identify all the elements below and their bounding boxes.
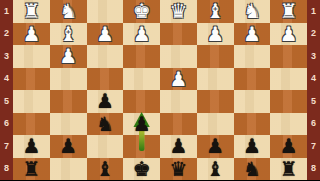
square-c4[interactable] <box>197 68 234 91</box>
black-pawn-piece: ♟ <box>96 90 114 112</box>
black-rook-piece: ♜ <box>280 158 298 180</box>
rank-label-6: 6 <box>0 113 13 136</box>
square-b4[interactable] <box>234 68 271 91</box>
rank-label-3: 3 <box>307 45 320 68</box>
square-e2[interactable]: ♟ <box>123 23 160 46</box>
square-f2[interactable]: ♟ <box>87 23 124 46</box>
square-e6[interactable]: ♟ <box>123 113 160 136</box>
square-h7[interactable]: ♟ <box>13 135 50 158</box>
board: ♜♞♚♛♝♞♜♟♝♟♟♟♟♟♟♟♟♞♟♟♟♟♟♟♟♜♝♚♛♝♞♜ <box>13 0 307 180</box>
rank-label-8: 8 <box>307 158 320 181</box>
rank-label-4: 4 <box>0 68 13 91</box>
square-e7[interactable] <box>123 135 160 158</box>
square-f6[interactable]: ♞ <box>87 113 124 136</box>
square-g8[interactable] <box>50 158 87 181</box>
white-rook-piece: ♜ <box>22 0 40 22</box>
black-pawn-piece: ♟ <box>169 135 187 157</box>
rank-label-5: 5 <box>0 90 13 113</box>
white-pawn-piece: ♟ <box>96 23 114 45</box>
black-pawn-piece: ♟ <box>280 135 298 157</box>
square-h4[interactable] <box>13 68 50 91</box>
square-e5[interactable] <box>123 90 160 113</box>
square-c3[interactable] <box>197 45 234 68</box>
black-pawn-piece: ♟ <box>133 113 151 135</box>
square-b1[interactable]: ♞ <box>234 0 271 23</box>
square-g1[interactable]: ♞ <box>50 0 87 23</box>
square-d4[interactable]: ♟ <box>160 68 197 91</box>
square-a2[interactable]: ♟ <box>270 23 307 46</box>
square-h1[interactable]: ♜ <box>13 0 50 23</box>
square-d6[interactable] <box>160 113 197 136</box>
square-g2[interactable]: ♝ <box>50 23 87 46</box>
white-pawn-piece: ♟ <box>243 23 261 45</box>
square-h6[interactable] <box>13 113 50 136</box>
square-e1[interactable]: ♚ <box>123 0 160 23</box>
black-queen-piece: ♛ <box>169 158 187 180</box>
square-a6[interactable] <box>270 113 307 136</box>
white-bishop-piece: ♝ <box>59 23 77 45</box>
square-a1[interactable]: ♜ <box>270 0 307 23</box>
square-c2[interactable]: ♟ <box>197 23 234 46</box>
rank-label-1: 1 <box>0 0 13 23</box>
rank-label-3: 3 <box>0 45 13 68</box>
black-pawn-piece: ♟ <box>59 135 77 157</box>
square-f1[interactable] <box>87 0 124 23</box>
black-pawn-piece: ♟ <box>22 135 40 157</box>
square-e4[interactable] <box>123 68 160 91</box>
square-g6[interactable] <box>50 113 87 136</box>
black-knight-piece: ♞ <box>96 113 114 135</box>
white-pawn-piece: ♟ <box>280 23 298 45</box>
white-king-piece: ♚ <box>133 0 151 22</box>
square-g4[interactable] <box>50 68 87 91</box>
white-pawn-piece: ♟ <box>59 45 77 67</box>
square-a4[interactable] <box>270 68 307 91</box>
square-f4[interactable] <box>87 68 124 91</box>
black-knight-piece: ♞ <box>243 158 261 180</box>
square-a7[interactable]: ♟ <box>270 135 307 158</box>
rank-label-7: 7 <box>307 135 320 158</box>
square-h8[interactable]: ♜ <box>13 158 50 181</box>
white-pawn-piece: ♟ <box>169 68 187 90</box>
square-a3[interactable] <box>270 45 307 68</box>
square-f3[interactable] <box>87 45 124 68</box>
rank-label-2: 2 <box>307 23 320 46</box>
white-bishop-piece: ♝ <box>206 0 224 22</box>
square-g3[interactable]: ♟ <box>50 45 87 68</box>
rank-label-8: 8 <box>0 158 13 181</box>
rank-label-2: 2 <box>0 23 13 46</box>
square-a8[interactable]: ♜ <box>270 158 307 181</box>
black-bishop-piece: ♝ <box>96 158 114 180</box>
square-h5[interactable] <box>13 90 50 113</box>
square-f8[interactable]: ♝ <box>87 158 124 181</box>
square-b2[interactable]: ♟ <box>234 23 271 46</box>
board-area: ♜♞♚♛♝♞♜♟♝♟♟♟♟♟♟♟♟♞♟♟♟♟♟♟♟♜♝♚♛♝♞♜ <box>13 0 307 180</box>
square-c8[interactable]: ♝ <box>197 158 234 181</box>
black-rook-piece: ♜ <box>22 158 40 180</box>
square-c7[interactable]: ♟ <box>197 135 234 158</box>
square-f5[interactable]: ♟ <box>87 90 124 113</box>
square-c5[interactable] <box>197 90 234 113</box>
rank-label-6: 6 <box>307 113 320 136</box>
white-knight-piece: ♞ <box>59 0 77 22</box>
square-a5[interactable] <box>270 90 307 113</box>
square-c1[interactable]: ♝ <box>197 0 234 23</box>
square-e3[interactable] <box>123 45 160 68</box>
square-b7[interactable]: ♟ <box>234 135 271 158</box>
rank-labels-left: 12345678 <box>0 0 13 180</box>
chess-diagram: 12345678 ♜♞♚♛♝♞♜♟♝♟♟♟♟♟♟♟♟♞♟♟♟♟♟♟♟♜♝♚♛♝♞… <box>0 0 320 180</box>
square-g5[interactable] <box>50 90 87 113</box>
rank-labels-right: 12345678 <box>307 0 320 180</box>
white-queen-piece: ♛ <box>169 0 187 22</box>
black-pawn-piece: ♟ <box>243 135 261 157</box>
square-b6[interactable] <box>234 113 271 136</box>
square-d8[interactable]: ♛ <box>160 158 197 181</box>
square-b5[interactable] <box>234 90 271 113</box>
rank-label-5: 5 <box>307 90 320 113</box>
white-pawn-piece: ♟ <box>22 23 40 45</box>
white-knight-piece: ♞ <box>243 0 261 22</box>
square-h2[interactable]: ♟ <box>13 23 50 46</box>
white-rook-piece: ♜ <box>280 0 298 22</box>
square-d7[interactable]: ♟ <box>160 135 197 158</box>
rank-label-4: 4 <box>307 68 320 91</box>
square-d2[interactable] <box>160 23 197 46</box>
rank-label-1: 1 <box>307 0 320 23</box>
square-b8[interactable]: ♞ <box>234 158 271 181</box>
rank-label-7: 7 <box>0 135 13 158</box>
square-d3[interactable] <box>160 45 197 68</box>
black-king-piece: ♚ <box>133 158 151 180</box>
square-g7[interactable]: ♟ <box>50 135 87 158</box>
square-d1[interactable]: ♛ <box>160 0 197 23</box>
square-c6[interactable] <box>197 113 234 136</box>
black-bishop-piece: ♝ <box>206 158 224 180</box>
square-e8[interactable]: ♚ <box>123 158 160 181</box>
square-h3[interactable] <box>13 45 50 68</box>
white-pawn-piece: ♟ <box>206 23 224 45</box>
square-b3[interactable] <box>234 45 271 68</box>
square-f7[interactable] <box>87 135 124 158</box>
square-d5[interactable] <box>160 90 197 113</box>
white-pawn-piece: ♟ <box>133 23 151 45</box>
black-pawn-piece: ♟ <box>206 135 224 157</box>
